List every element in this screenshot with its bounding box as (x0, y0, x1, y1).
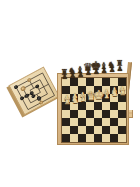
black-bishop-piece: ♝ (98, 62, 110, 71)
square-h4 (118, 110, 126, 118)
square-f4 (102, 110, 110, 118)
square-d6 (86, 94, 94, 102)
square-c5 (78, 102, 86, 110)
square-h8 (118, 78, 126, 86)
square-a6 (62, 94, 70, 102)
square-e6 (94, 94, 102, 102)
square-d7 (86, 86, 94, 94)
square-b4 (70, 110, 78, 118)
square-a3 (62, 118, 70, 126)
black-knight-piece: ♞ (106, 61, 118, 70)
black-queen-piece: ♛ (82, 62, 94, 73)
square-f2 (102, 126, 110, 134)
square-e8 (94, 78, 102, 86)
square-b5 (70, 102, 78, 110)
square-b8 (70, 78, 78, 86)
square-h2 (118, 126, 126, 134)
square-c8 (78, 78, 86, 86)
square-f7 (102, 86, 110, 94)
black-rook-piece: ♜ (114, 60, 126, 68)
square-a1 (62, 134, 70, 142)
square-a4 (62, 110, 70, 118)
square-g8 (110, 78, 118, 86)
square-g2 (110, 126, 118, 134)
square-b2 (70, 126, 78, 134)
square-d8 (86, 78, 94, 86)
square-b7 (70, 86, 78, 94)
square-b1 (70, 134, 78, 142)
square-h5 (118, 102, 126, 110)
square-g7 (110, 86, 118, 94)
square-a7 (62, 86, 70, 94)
square-g5 (110, 102, 118, 110)
chess-box-top (57, 73, 129, 145)
product-photo-wooden-chess-morris-set: ♜♞♝♛♚♝♞♜♟♟♟♟♟♟♟♟♟♟♟♟♟♟♟♟♜♞♝♛♚♝♞♜ (0, 0, 140, 187)
square-b6 (70, 94, 78, 102)
square-c2 (78, 126, 86, 134)
chess-board (61, 77, 127, 143)
square-g4 (110, 110, 118, 118)
square-e1 (94, 134, 102, 142)
square-d4 (86, 110, 94, 118)
square-f1 (102, 134, 110, 142)
square-e4 (94, 110, 102, 118)
square-h6 (118, 94, 126, 102)
nine-mens-morris-board (8, 67, 59, 116)
black-king-piece: ♚ (90, 60, 102, 72)
square-f5 (102, 102, 110, 110)
square-h1 (118, 134, 126, 142)
square-e7 (94, 86, 102, 94)
square-d3 (86, 118, 94, 126)
square-b3 (70, 118, 78, 126)
square-h3 (118, 118, 126, 126)
square-c4 (78, 110, 86, 118)
square-c7 (78, 86, 86, 94)
square-c3 (78, 118, 86, 126)
square-e2 (94, 126, 102, 134)
square-f3 (102, 118, 110, 126)
square-g1 (110, 134, 118, 142)
square-c6 (78, 94, 86, 102)
square-c1 (78, 134, 86, 142)
square-a8 (62, 78, 70, 86)
square-d1 (86, 134, 94, 142)
square-e5 (94, 102, 102, 110)
square-h7 (118, 86, 126, 94)
square-d5 (86, 102, 94, 110)
square-f6 (102, 94, 110, 102)
square-a5 (62, 102, 70, 110)
square-d2 (86, 126, 94, 134)
square-f8 (102, 78, 110, 86)
square-g3 (110, 118, 118, 126)
black-pawn-piece: ♟ (114, 66, 126, 73)
square-g6 (110, 94, 118, 102)
square-e3 (94, 118, 102, 126)
square-a2 (62, 126, 70, 134)
